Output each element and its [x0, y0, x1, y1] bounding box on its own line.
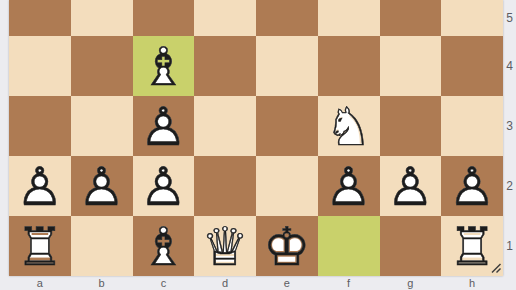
square-a2[interactable]: ♟♙ — [9, 156, 71, 216]
square-f1[interactable] — [318, 216, 380, 276]
rank-label-2: 2 — [503, 156, 516, 216]
square-d3[interactable] — [194, 96, 256, 156]
square-e1[interactable]: ♚♔ — [256, 216, 318, 276]
piece-white-bishop[interactable]: ♝♗ — [133, 216, 195, 276]
file-label-h: h — [441, 276, 503, 290]
file-label-e: e — [256, 276, 318, 290]
white-king-outline-glyph: ♔ — [256, 216, 318, 276]
square-a4[interactable] — [9, 36, 71, 96]
square-e4[interactable] — [256, 36, 318, 96]
board-resize-handle-icon[interactable] — [489, 261, 503, 275]
white-queen-outline-glyph: ♕ — [194, 216, 256, 276]
rank-label-1: 1 — [503, 216, 516, 276]
rank-coordinates: 54321 — [503, 0, 516, 276]
white-pawn-outline-glyph: ♙ — [441, 156, 503, 216]
file-label-a: a — [9, 276, 71, 290]
piece-white-king[interactable]: ♚♔ — [256, 216, 318, 276]
piece-white-pawn[interactable]: ♟♙ — [9, 156, 71, 216]
file-label-d: d — [194, 276, 256, 290]
square-g4[interactable] — [380, 36, 442, 96]
white-pawn-outline-glyph: ♙ — [9, 156, 71, 216]
rank-label-3: 3 — [503, 96, 516, 156]
piece-white-pawn[interactable]: ♟♙ — [380, 156, 442, 216]
square-b1[interactable] — [71, 216, 133, 276]
piece-white-pawn[interactable]: ♟♙ — [71, 156, 133, 216]
square-g3[interactable] — [380, 96, 442, 156]
square-c4[interactable]: ♝♗ — [133, 36, 195, 96]
square-a3[interactable] — [9, 96, 71, 156]
piece-white-knight[interactable]: ♞♘ — [318, 96, 380, 156]
piece-white-queen[interactable]: ♛♕ — [194, 216, 256, 276]
rank-label-4: 4 — [503, 36, 516, 96]
white-rook-outline-glyph: ♖ — [9, 216, 71, 276]
white-bishop-outline-glyph: ♗ — [133, 36, 195, 96]
square-c2[interactable]: ♟♙ — [133, 156, 195, 216]
square-f3[interactable]: ♞♘ — [318, 96, 380, 156]
square-h5[interactable] — [441, 0, 503, 36]
square-e3[interactable] — [256, 96, 318, 156]
square-b5[interactable] — [71, 0, 133, 36]
piece-white-bishop[interactable]: ♝♗ — [133, 36, 195, 96]
piece-white-pawn[interactable]: ♟♙ — [318, 156, 380, 216]
square-b3[interactable] — [71, 96, 133, 156]
white-pawn-outline-glyph: ♙ — [318, 156, 380, 216]
file-coordinates: abcdefgh — [9, 276, 503, 290]
white-pawn-outline-glyph: ♙ — [133, 96, 195, 156]
square-g1[interactable] — [380, 216, 442, 276]
piece-white-pawn[interactable]: ♟♙ — [133, 156, 195, 216]
square-c5[interactable] — [133, 0, 195, 36]
square-h4[interactable] — [441, 36, 503, 96]
piece-white-rook[interactable]: ♜♖ — [9, 216, 71, 276]
square-f5[interactable] — [318, 0, 380, 36]
white-pawn-outline-glyph: ♙ — [133, 156, 195, 216]
square-e5[interactable] — [256, 0, 318, 36]
square-c1[interactable]: ♝♗ — [133, 216, 195, 276]
file-label-f: f — [318, 276, 380, 290]
square-g2[interactable]: ♟♙ — [380, 156, 442, 216]
chess-board: ♝♗♟♙♞♘♟♙♟♙♟♙♟♙♟♙♟♙♜♖♝♗♛♕♚♔♜♖ — [9, 0, 503, 276]
square-d2[interactable] — [194, 156, 256, 216]
square-g5[interactable] — [380, 0, 442, 36]
square-d4[interactable] — [194, 36, 256, 96]
square-f2[interactable]: ♟♙ — [318, 156, 380, 216]
file-label-b: b — [71, 276, 133, 290]
white-knight-outline-glyph: ♘ — [318, 96, 380, 156]
file-label-c: c — [133, 276, 195, 290]
rank-label-5: 5 — [503, 0, 516, 36]
white-bishop-outline-glyph: ♗ — [133, 216, 195, 276]
square-h3[interactable] — [441, 96, 503, 156]
analysis-board-page: ♝♗♟♙♞♘♟♙♟♙♟♙♟♙♟♙♟♙♜♖♝♗♛♕♚♔♜♖ 54321 abcde… — [0, 0, 516, 290]
file-label-g: g — [380, 276, 442, 290]
white-pawn-outline-glyph: ♙ — [71, 156, 133, 216]
square-b4[interactable] — [71, 36, 133, 96]
square-a1[interactable]: ♜♖ — [9, 216, 71, 276]
square-c3[interactable]: ♟♙ — [133, 96, 195, 156]
square-h2[interactable]: ♟♙ — [441, 156, 503, 216]
piece-white-pawn[interactable]: ♟♙ — [133, 96, 195, 156]
square-b2[interactable]: ♟♙ — [71, 156, 133, 216]
square-d5[interactable] — [194, 0, 256, 36]
square-d1[interactable]: ♛♕ — [194, 216, 256, 276]
square-a5[interactable] — [9, 0, 71, 36]
square-f4[interactable] — [318, 36, 380, 96]
piece-white-pawn[interactable]: ♟♙ — [441, 156, 503, 216]
square-e2[interactable] — [256, 156, 318, 216]
white-pawn-outline-glyph: ♙ — [380, 156, 442, 216]
